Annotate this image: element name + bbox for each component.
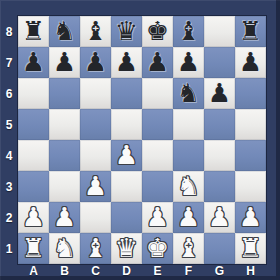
square-d2[interactable] <box>111 202 142 233</box>
rank-label-8: 8 <box>0 16 18 47</box>
square-h5[interactable] <box>235 109 266 140</box>
white-rook: ♜ <box>22 233 45 264</box>
white-pawn: ♟ <box>84 171 107 202</box>
white-knight: ♞ <box>53 233 76 264</box>
black-pawn: ♟ <box>146 47 169 78</box>
white-knight: ♞ <box>177 171 200 202</box>
square-f5[interactable] <box>173 109 204 140</box>
white-king: ♚ <box>146 233 169 264</box>
square-g5[interactable] <box>204 109 235 140</box>
square-b8[interactable]: ♞ <box>49 16 80 47</box>
white-pawn: ♟ <box>146 202 169 233</box>
rank-label-3: 3 <box>0 171 18 202</box>
black-knight: ♞ <box>53 16 76 47</box>
black-pawn: ♟ <box>22 47 45 78</box>
square-e7[interactable]: ♟ <box>142 47 173 78</box>
black-bishop: ♝ <box>84 16 107 47</box>
square-f6[interactable]: ♞ <box>173 78 204 109</box>
square-b7[interactable]: ♟ <box>49 47 80 78</box>
square-g2[interactable]: ♟ <box>204 202 235 233</box>
square-d3[interactable] <box>111 171 142 202</box>
rank-label-4: 4 <box>0 140 18 171</box>
square-a8[interactable]: ♜ <box>18 16 49 47</box>
black-pawn: ♟ <box>177 47 200 78</box>
square-a4[interactable] <box>18 140 49 171</box>
rank-label-1: 1 <box>0 233 18 264</box>
square-b4[interactable] <box>49 140 80 171</box>
square-f8[interactable]: ♝ <box>173 16 204 47</box>
file-label-g: G <box>204 264 235 279</box>
square-d5[interactable] <box>111 109 142 140</box>
square-c1[interactable]: ♝ <box>80 233 111 264</box>
square-g8[interactable] <box>204 16 235 47</box>
black-rook: ♜ <box>22 16 45 47</box>
white-pawn: ♟ <box>208 202 231 233</box>
square-b1[interactable]: ♞ <box>49 233 80 264</box>
square-a3[interactable] <box>18 171 49 202</box>
square-h3[interactable] <box>235 171 266 202</box>
square-a5[interactable] <box>18 109 49 140</box>
square-g4[interactable] <box>204 140 235 171</box>
square-a6[interactable] <box>18 78 49 109</box>
square-h4[interactable] <box>235 140 266 171</box>
square-d1[interactable]: ♛ <box>111 233 142 264</box>
white-pawn: ♟ <box>53 202 76 233</box>
square-b3[interactable] <box>49 171 80 202</box>
square-e2[interactable]: ♟ <box>142 202 173 233</box>
square-g7[interactable] <box>204 47 235 78</box>
square-h6[interactable] <box>235 78 266 109</box>
square-f7[interactable]: ♟ <box>173 47 204 78</box>
square-g3[interactable] <box>204 171 235 202</box>
black-king: ♚ <box>146 16 169 47</box>
black-knight: ♞ <box>177 78 200 109</box>
black-bishop: ♝ <box>177 16 200 47</box>
square-e5[interactable] <box>142 109 173 140</box>
square-f1[interactable]: ♝ <box>173 233 204 264</box>
black-pawn: ♟ <box>208 78 231 109</box>
white-bishop: ♝ <box>84 233 107 264</box>
white-pawn: ♟ <box>239 202 262 233</box>
white-rook: ♜ <box>239 233 262 264</box>
square-f2[interactable]: ♟ <box>173 202 204 233</box>
square-c5[interactable] <box>80 109 111 140</box>
file-label-a: A <box>18 264 49 279</box>
file-label-h: H <box>235 264 266 279</box>
square-a2[interactable]: ♟ <box>18 202 49 233</box>
square-d4[interactable]: ♟ <box>111 140 142 171</box>
square-e4[interactable] <box>142 140 173 171</box>
rank-label-6: 6 <box>0 78 18 109</box>
chess-board: ♜♞♝♛♚♝♜♟♟♟♟♟♟♟♞♟♟♟♞♟♟♟♟♟♟♜♞♝♛♚♝♜ <box>18 16 266 264</box>
square-c2[interactable] <box>80 202 111 233</box>
file-labels: ABCDEFGH <box>18 264 266 279</box>
square-c6[interactable] <box>80 78 111 109</box>
square-e6[interactable] <box>142 78 173 109</box>
white-pawn: ♟ <box>115 140 138 171</box>
file-label-c: C <box>80 264 111 279</box>
black-pawn: ♟ <box>53 47 76 78</box>
square-e8[interactable]: ♚ <box>142 16 173 47</box>
square-a7[interactable]: ♟ <box>18 47 49 78</box>
rank-label-5: 5 <box>0 109 18 140</box>
square-d8[interactable]: ♛ <box>111 16 142 47</box>
file-label-e: E <box>142 264 173 279</box>
black-pawn: ♟ <box>239 47 262 78</box>
square-e1[interactable]: ♚ <box>142 233 173 264</box>
file-label-f: F <box>173 264 204 279</box>
square-e3[interactable] <box>142 171 173 202</box>
rank-label-7: 7 <box>0 47 18 78</box>
black-pawn: ♟ <box>115 47 138 78</box>
square-g6[interactable]: ♟ <box>204 78 235 109</box>
square-f4[interactable] <box>173 140 204 171</box>
square-c3[interactable]: ♟ <box>80 171 111 202</box>
square-d6[interactable] <box>111 78 142 109</box>
square-f3[interactable]: ♞ <box>173 171 204 202</box>
square-c7[interactable]: ♟ <box>80 47 111 78</box>
square-g1[interactable] <box>204 233 235 264</box>
white-queen: ♛ <box>115 233 138 264</box>
black-queen: ♛ <box>115 16 138 47</box>
file-label-d: D <box>111 264 142 279</box>
rank-labels: 87654321 <box>0 16 18 264</box>
square-c4[interactable] <box>80 140 111 171</box>
square-a1[interactable]: ♜ <box>18 233 49 264</box>
square-h1[interactable]: ♜ <box>235 233 266 264</box>
chess-board-widget: 87654321 ♜♞♝♛♚♝♜♟♟♟♟♟♟♟♞♟♟♟♞♟♟♟♟♟♟♜♞♝♛♚♝… <box>0 0 280 280</box>
rank-label-2: 2 <box>0 202 18 233</box>
square-b6[interactable] <box>49 78 80 109</box>
square-h7[interactable]: ♟ <box>235 47 266 78</box>
white-bishop: ♝ <box>177 233 200 264</box>
white-pawn: ♟ <box>177 202 200 233</box>
square-h2[interactable]: ♟ <box>235 202 266 233</box>
black-rook: ♜ <box>239 16 262 47</box>
square-b2[interactable]: ♟ <box>49 202 80 233</box>
square-c8[interactable]: ♝ <box>80 16 111 47</box>
white-pawn: ♟ <box>22 202 45 233</box>
black-pawn: ♟ <box>84 47 107 78</box>
square-b5[interactable] <box>49 109 80 140</box>
square-d7[interactable]: ♟ <box>111 47 142 78</box>
square-h8[interactable]: ♜ <box>235 16 266 47</box>
file-label-b: B <box>49 264 80 279</box>
